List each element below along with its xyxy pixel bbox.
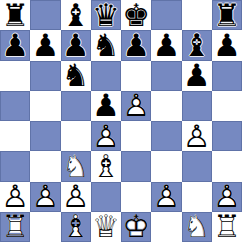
square-e1[interactable]: ♚♔ xyxy=(121,212,151,242)
white-pawn-piece[interactable]: ♟♙ xyxy=(30,182,60,212)
square-h8[interactable]: ♜ xyxy=(212,0,242,30)
white-rook-piece[interactable]: ♜♖ xyxy=(0,212,30,242)
black-pawn-piece[interactable]: ♟ xyxy=(182,61,212,91)
square-c6[interactable]: ♞ xyxy=(61,61,91,91)
black-bishop-piece[interactable]: ♝ xyxy=(182,30,212,60)
square-c3[interactable]: ♞♘ xyxy=(61,151,91,181)
square-d3[interactable]: ♝♗ xyxy=(91,151,121,181)
square-b5[interactable] xyxy=(30,91,60,121)
square-b1[interactable] xyxy=(30,212,60,242)
white-king-outline-glyph: ♔ xyxy=(121,212,151,242)
square-f6[interactable] xyxy=(151,61,181,91)
square-g8[interactable] xyxy=(182,0,212,30)
square-e6[interactable] xyxy=(121,61,151,91)
square-b4[interactable] xyxy=(30,121,60,151)
chess-board: ♜♝♛♚♜♟♟♟♞♟♟♝♟♞♟♟♟♙♟♙♟♙♞♘♝♗♟♙♟♙♟♙♟♙♟♙♜♖♝♗… xyxy=(0,0,242,242)
square-b7[interactable]: ♟ xyxy=(30,30,60,60)
square-a3[interactable] xyxy=(0,151,30,181)
square-a8[interactable]: ♜ xyxy=(0,0,30,30)
white-pawn-outline-glyph: ♙ xyxy=(151,182,181,212)
black-pawn-piece[interactable]: ♟ xyxy=(0,30,30,60)
square-e2[interactable] xyxy=(121,182,151,212)
white-pawn-outline-glyph: ♙ xyxy=(30,182,60,212)
white-pawn-piece[interactable]: ♟♙ xyxy=(91,121,121,151)
white-pawn-piece[interactable]: ♟♙ xyxy=(151,182,181,212)
white-bishop-piece[interactable]: ♝♗ xyxy=(61,212,91,242)
black-pawn-piece[interactable]: ♟ xyxy=(61,30,91,60)
white-pawn-piece[interactable]: ♟♙ xyxy=(212,182,242,212)
white-pawn-outline-glyph: ♙ xyxy=(182,121,212,151)
black-pawn-piece[interactable]: ♟ xyxy=(212,30,242,60)
white-pawn-piece[interactable]: ♟♙ xyxy=(61,182,91,212)
square-a2[interactable]: ♟♙ xyxy=(0,182,30,212)
black-pawn-piece[interactable]: ♟ xyxy=(151,30,181,60)
black-bishop-piece[interactable]: ♝ xyxy=(61,0,91,30)
square-e4[interactable] xyxy=(121,121,151,151)
white-queen-outline-glyph: ♕ xyxy=(91,212,121,242)
white-pawn-outline-glyph: ♙ xyxy=(121,91,151,121)
square-g4[interactable]: ♟♙ xyxy=(182,121,212,151)
white-rook-piece[interactable]: ♜♖ xyxy=(212,212,242,242)
square-f7[interactable]: ♟ xyxy=(151,30,181,60)
square-h3[interactable] xyxy=(212,151,242,181)
white-bishop-piece[interactable]: ♝♗ xyxy=(91,151,121,181)
square-a7[interactable]: ♟ xyxy=(0,30,30,60)
white-knight-piece[interactable]: ♞♘ xyxy=(182,212,212,242)
white-pawn-outline-glyph: ♙ xyxy=(91,121,121,151)
white-bishop-outline-glyph: ♗ xyxy=(91,151,121,181)
square-d1[interactable]: ♛♕ xyxy=(91,212,121,242)
white-rook-outline-glyph: ♖ xyxy=(212,212,242,242)
white-pawn-piece[interactable]: ♟♙ xyxy=(121,91,151,121)
square-d6[interactable] xyxy=(91,61,121,91)
square-d4[interactable]: ♟♙ xyxy=(91,121,121,151)
square-h6[interactable] xyxy=(212,61,242,91)
square-f4[interactable] xyxy=(151,121,181,151)
black-queen-piece[interactable]: ♛ xyxy=(91,0,121,30)
square-c2[interactable]: ♟♙ xyxy=(61,182,91,212)
black-knight-piece[interactable]: ♞ xyxy=(61,61,91,91)
square-d7[interactable]: ♞ xyxy=(91,30,121,60)
square-b3[interactable] xyxy=(30,151,60,181)
square-c4[interactable] xyxy=(61,121,91,151)
square-e5[interactable]: ♟♙ xyxy=(121,91,151,121)
square-d8[interactable]: ♛ xyxy=(91,0,121,30)
square-g3[interactable] xyxy=(182,151,212,181)
white-knight-outline-glyph: ♘ xyxy=(182,212,212,242)
white-pawn-outline-glyph: ♙ xyxy=(61,182,91,212)
square-g2[interactable] xyxy=(182,182,212,212)
square-g6[interactable]: ♟ xyxy=(182,61,212,91)
square-f5[interactable] xyxy=(151,91,181,121)
white-pawn-piece[interactable]: ♟♙ xyxy=(182,121,212,151)
square-e8[interactable]: ♚ xyxy=(121,0,151,30)
black-pawn-piece[interactable]: ♟ xyxy=(121,30,151,60)
square-g5[interactable] xyxy=(182,91,212,121)
square-f1[interactable] xyxy=(151,212,181,242)
square-d5[interactable]: ♟ xyxy=(91,91,121,121)
black-pawn-piece[interactable]: ♟ xyxy=(30,30,60,60)
square-a5[interactable] xyxy=(0,91,30,121)
black-king-piece[interactable]: ♚ xyxy=(121,0,151,30)
square-h7[interactable]: ♟ xyxy=(212,30,242,60)
square-h5[interactable] xyxy=(212,91,242,121)
square-e3[interactable] xyxy=(121,151,151,181)
white-pawn-outline-glyph: ♙ xyxy=(0,182,30,212)
white-queen-piece[interactable]: ♛♕ xyxy=(91,212,121,242)
square-a1[interactable]: ♜♖ xyxy=(0,212,30,242)
black-rook-piece[interactable]: ♜ xyxy=(0,0,30,30)
square-f8[interactable] xyxy=(151,0,181,30)
white-knight-outline-glyph: ♘ xyxy=(61,151,91,181)
square-f3[interactable] xyxy=(151,151,181,181)
square-h1[interactable]: ♜♖ xyxy=(212,212,242,242)
white-pawn-piece[interactable]: ♟♙ xyxy=(0,182,30,212)
square-d2[interactable] xyxy=(91,182,121,212)
square-c7[interactable]: ♟ xyxy=(61,30,91,60)
square-c8[interactable]: ♝ xyxy=(61,0,91,30)
square-f2[interactable]: ♟♙ xyxy=(151,182,181,212)
square-b6[interactable] xyxy=(30,61,60,91)
square-b2[interactable]: ♟♙ xyxy=(30,182,60,212)
square-e7[interactable]: ♟ xyxy=(121,30,151,60)
white-rook-outline-glyph: ♖ xyxy=(0,212,30,242)
white-bishop-outline-glyph: ♗ xyxy=(61,212,91,242)
black-knight-piece[interactable]: ♞ xyxy=(91,30,121,60)
square-g1[interactable]: ♞♘ xyxy=(182,212,212,242)
black-rook-piece[interactable]: ♜ xyxy=(212,0,242,30)
square-a4[interactable] xyxy=(0,121,30,151)
square-h2[interactable]: ♟♙ xyxy=(212,182,242,212)
black-pawn-piece[interactable]: ♟ xyxy=(91,91,121,121)
white-knight-piece[interactable]: ♞♘ xyxy=(61,151,91,181)
square-h4[interactable] xyxy=(212,121,242,151)
square-b8[interactable] xyxy=(30,0,60,30)
square-c1[interactable]: ♝♗ xyxy=(61,212,91,242)
square-g7[interactable]: ♝ xyxy=(182,30,212,60)
square-a6[interactable] xyxy=(0,61,30,91)
white-pawn-outline-glyph: ♙ xyxy=(212,182,242,212)
white-king-piece[interactable]: ♚♔ xyxy=(121,212,151,242)
square-c5[interactable] xyxy=(61,91,91,121)
